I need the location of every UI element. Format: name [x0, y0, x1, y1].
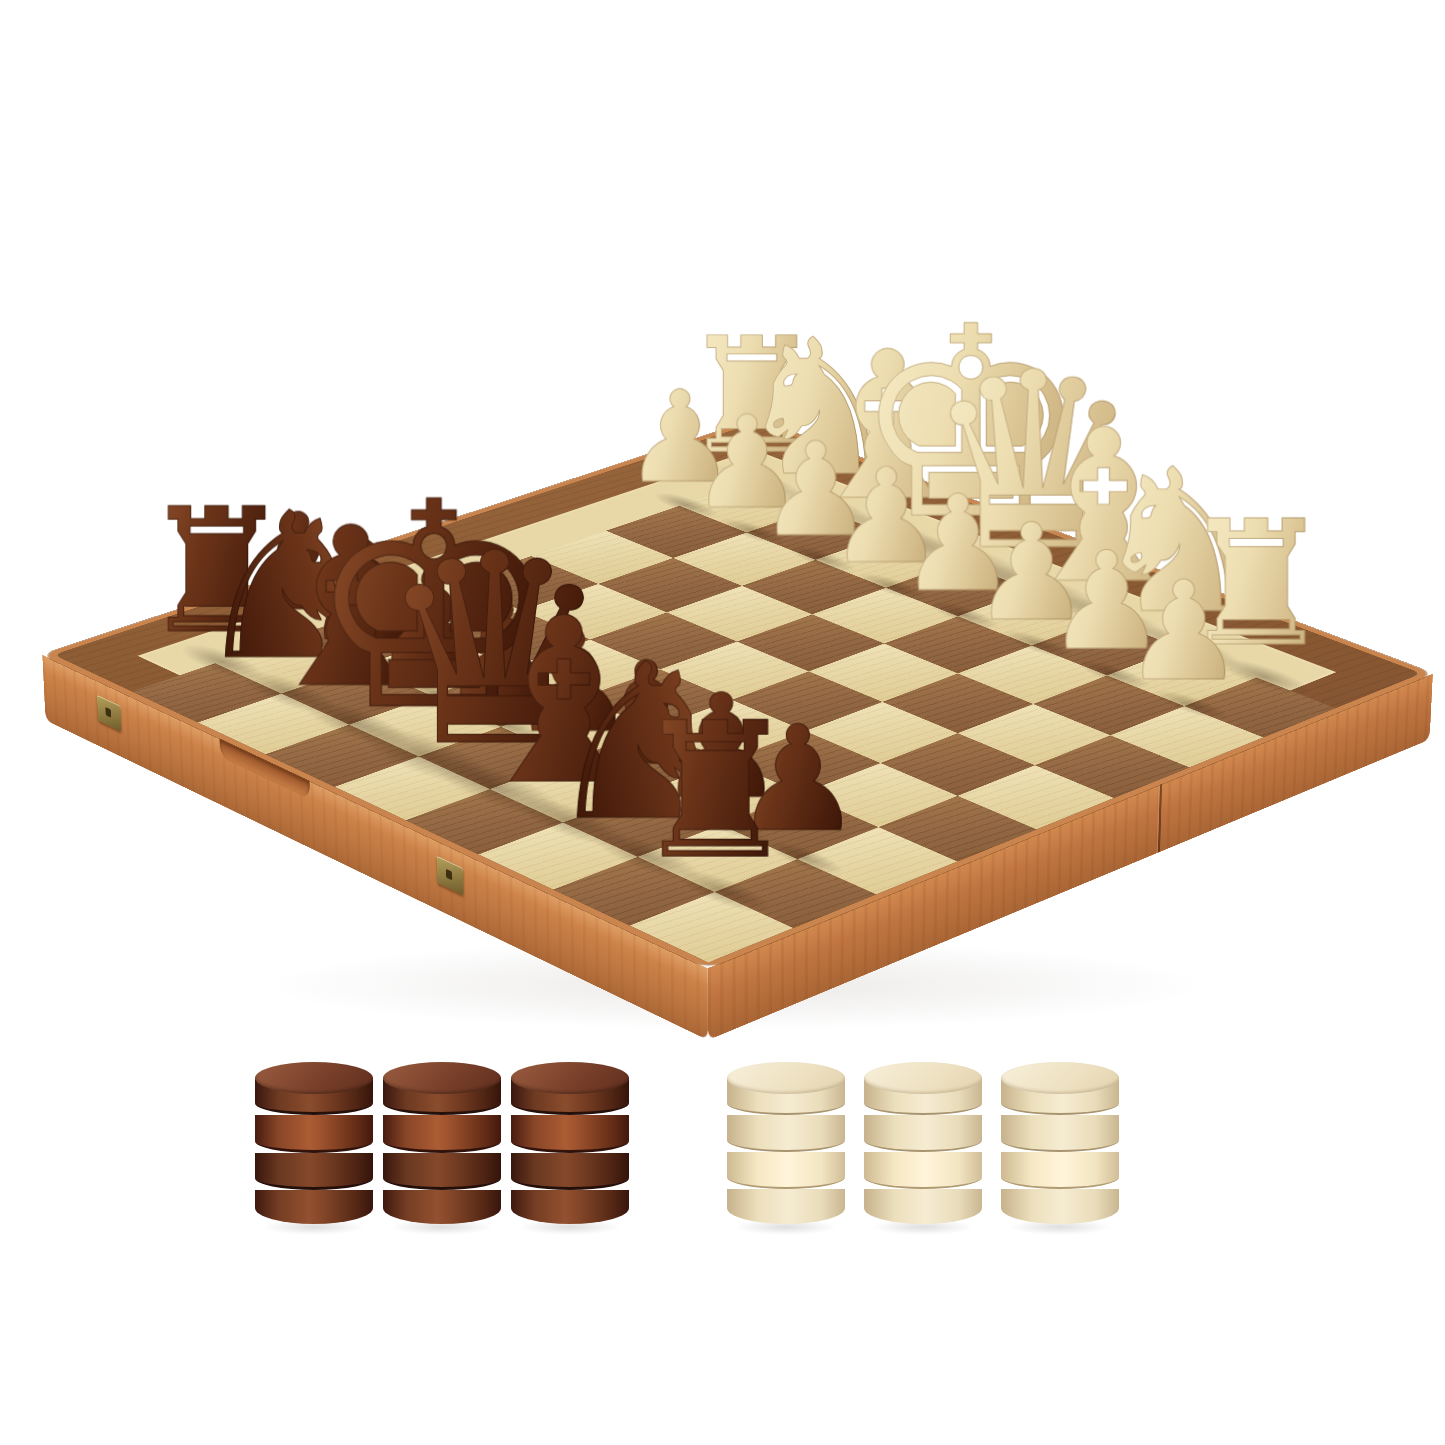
checker-top-disc-face	[864, 1062, 982, 1094]
checker-disc[interactable]	[864, 1115, 982, 1152]
pawn-glyph: ♟	[1122, 563, 1245, 700]
checker-disc[interactable]	[1001, 1152, 1119, 1189]
checker-disc[interactable]	[864, 1189, 982, 1224]
checker-disc[interactable]	[255, 1190, 373, 1224]
checkers-stack-light-2[interactable]	[864, 1062, 982, 1226]
piece-white-pawn[interactable]: ♟	[1072, 563, 1295, 700]
checker-disc[interactable]	[727, 1189, 845, 1224]
checker-discs	[1001, 1078, 1119, 1224]
piece-black-rook[interactable]: ♜	[596, 698, 835, 885]
checker-disc[interactable]	[255, 1153, 373, 1190]
checker-disc[interactable]	[864, 1152, 982, 1189]
fold-seam	[1158, 784, 1162, 853]
checker-top-disc-face	[511, 1062, 629, 1094]
checker-discs	[864, 1078, 982, 1224]
checker-disc[interactable]	[1001, 1115, 1119, 1152]
checker-top-disc-face	[1001, 1062, 1119, 1094]
checker-disc[interactable]	[727, 1115, 845, 1152]
checker-disc[interactable]	[1001, 1189, 1119, 1224]
chess-board: ♜♞♝♚♛♝♞♜♟♟♟♟♟♟♟♟♟♟♟♟♟♟♟♟♜♞♝♚♛♝♞♜	[53, 422, 1421, 963]
checkers-stack-dark-2[interactable]	[383, 1062, 501, 1226]
rook-glyph: ♜	[632, 698, 800, 885]
checker-discs	[383, 1078, 501, 1224]
checker-disc[interactable]	[255, 1115, 373, 1152]
checkers-stack-light-3[interactable]	[1001, 1062, 1119, 1226]
checkers-stack-light-1[interactable]	[727, 1062, 845, 1226]
checker-top-disc-face	[383, 1062, 501, 1094]
checker-disc[interactable]	[727, 1152, 845, 1189]
checkers-dark-stacks	[255, 1062, 629, 1226]
checker-top-disc-face	[255, 1062, 373, 1094]
checker-disc[interactable]	[511, 1190, 629, 1224]
checker-discs	[255, 1078, 373, 1224]
checkers-stack-dark-1[interactable]	[255, 1062, 373, 1226]
brass-latch-right	[437, 856, 464, 896]
product-photo-wooden-chess-checkers-set: ♜♞♝♚♛♝♞♜♟♟♟♟♟♟♟♟♟♟♟♟♟♟♟♟♜♞♝♚♛♝♞♜	[0, 0, 1445, 1445]
checkers-stack-dark-3[interactable]	[511, 1062, 629, 1226]
brass-latch-left	[97, 695, 122, 732]
checker-disc[interactable]	[383, 1153, 501, 1190]
checker-top-disc-face	[727, 1062, 845, 1094]
checker-disc[interactable]	[511, 1153, 629, 1190]
checkers-light-stacks	[727, 1062, 1119, 1226]
checker-discs	[727, 1078, 845, 1224]
checker-discs	[511, 1078, 629, 1224]
checker-disc[interactable]	[383, 1190, 501, 1224]
checker-disc[interactable]	[511, 1115, 629, 1152]
checker-disc[interactable]	[383, 1115, 501, 1152]
